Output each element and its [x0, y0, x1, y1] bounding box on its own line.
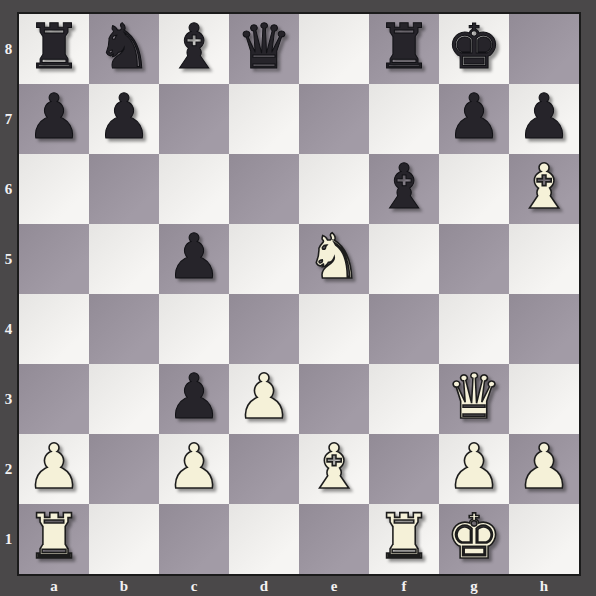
chess-board: ♜♞♝♛♜♚♟♟♟♟♝♝♟♞♟♟♛♟♟♝♟♟♜♜♚: [17, 12, 581, 576]
square-f7[interactable]: [369, 84, 439, 154]
piece-black-bishop-c8[interactable]: ♝: [166, 16, 222, 78]
square-f4[interactable]: [369, 294, 439, 364]
square-g8[interactable]: ♚: [439, 14, 509, 84]
square-c8[interactable]: ♝: [159, 14, 229, 84]
square-h2[interactable]: ♟: [509, 434, 579, 504]
piece-black-king-g8[interactable]: ♚: [446, 16, 502, 78]
square-b3[interactable]: [89, 364, 159, 434]
piece-white-knight-e5[interactable]: ♞: [306, 226, 362, 288]
square-h1[interactable]: [509, 504, 579, 574]
square-f2[interactable]: [369, 434, 439, 504]
square-g5[interactable]: [439, 224, 509, 294]
file-label-b: b: [89, 576, 159, 596]
piece-white-pawn-h2[interactable]: ♟: [516, 436, 572, 498]
square-b6[interactable]: [89, 154, 159, 224]
square-b7[interactable]: ♟: [89, 84, 159, 154]
square-e8[interactable]: [299, 14, 369, 84]
square-f1[interactable]: ♜: [369, 504, 439, 574]
piece-white-rook-f1[interactable]: ♜: [376, 506, 432, 568]
square-c5[interactable]: ♟: [159, 224, 229, 294]
square-e1[interactable]: [299, 504, 369, 574]
square-g2[interactable]: ♟: [439, 434, 509, 504]
square-d8[interactable]: ♛: [229, 14, 299, 84]
rank-label-1: 1: [0, 504, 17, 574]
piece-white-rook-a1[interactable]: ♜: [26, 506, 82, 568]
square-g4[interactable]: [439, 294, 509, 364]
piece-black-queen-d8[interactable]: ♛: [236, 16, 292, 78]
square-h4[interactable]: [509, 294, 579, 364]
piece-white-pawn-c2[interactable]: ♟: [166, 436, 222, 498]
rank-label-5: 5: [0, 224, 17, 294]
piece-white-pawn-a2[interactable]: ♟: [26, 436, 82, 498]
square-c1[interactable]: [159, 504, 229, 574]
square-c3[interactable]: ♟: [159, 364, 229, 434]
square-d5[interactable]: [229, 224, 299, 294]
square-h8[interactable]: [509, 14, 579, 84]
file-label-d: d: [229, 576, 299, 596]
square-g6[interactable]: [439, 154, 509, 224]
square-d6[interactable]: [229, 154, 299, 224]
square-a1[interactable]: ♜: [19, 504, 89, 574]
rank-label-6: 6: [0, 154, 17, 224]
square-h5[interactable]: [509, 224, 579, 294]
square-e6[interactable]: [299, 154, 369, 224]
square-g7[interactable]: ♟: [439, 84, 509, 154]
square-d4[interactable]: [229, 294, 299, 364]
square-d2[interactable]: [229, 434, 299, 504]
rank-label-4: 4: [0, 294, 17, 364]
square-a8[interactable]: ♜: [19, 14, 89, 84]
piece-white-queen-g3[interactable]: ♛: [446, 366, 502, 428]
square-e5[interactable]: ♞: [299, 224, 369, 294]
rank-label-3: 3: [0, 364, 17, 434]
square-a7[interactable]: ♟: [19, 84, 89, 154]
rank-label-2: 2: [0, 434, 17, 504]
square-f5[interactable]: [369, 224, 439, 294]
piece-black-rook-a8[interactable]: ♜: [26, 16, 82, 78]
file-label-e: e: [299, 576, 369, 596]
square-c7[interactable]: [159, 84, 229, 154]
square-e7[interactable]: [299, 84, 369, 154]
square-d3[interactable]: ♟: [229, 364, 299, 434]
square-e4[interactable]: [299, 294, 369, 364]
file-label-c: c: [159, 576, 229, 596]
piece-white-bishop-e2[interactable]: ♝: [306, 436, 362, 498]
piece-white-bishop-h6[interactable]: ♝: [516, 156, 572, 218]
square-b1[interactable]: [89, 504, 159, 574]
piece-black-pawn-c3[interactable]: ♟: [166, 366, 222, 428]
rank-label-8: 8: [0, 14, 17, 84]
square-f8[interactable]: ♜: [369, 14, 439, 84]
square-e2[interactable]: ♝: [299, 434, 369, 504]
square-g1[interactable]: ♚: [439, 504, 509, 574]
file-label-h: h: [509, 576, 579, 596]
piece-black-pawn-g7[interactable]: ♟: [446, 86, 502, 148]
piece-black-knight-b8[interactable]: ♞: [96, 16, 152, 78]
square-a4[interactable]: [19, 294, 89, 364]
square-d1[interactable]: [229, 504, 299, 574]
square-b5[interactable]: [89, 224, 159, 294]
piece-white-pawn-d3[interactable]: ♟: [236, 366, 292, 428]
square-c2[interactable]: ♟: [159, 434, 229, 504]
square-h6[interactable]: ♝: [509, 154, 579, 224]
piece-white-king-g1[interactable]: ♚: [446, 506, 502, 568]
piece-black-bishop-f6[interactable]: ♝: [376, 156, 432, 218]
square-b8[interactable]: ♞: [89, 14, 159, 84]
square-a2[interactable]: ♟: [19, 434, 89, 504]
file-labels: abcdefgh: [19, 576, 579, 596]
square-a5[interactable]: [19, 224, 89, 294]
piece-black-pawn-c5[interactable]: ♟: [166, 226, 222, 288]
rank-labels: 87654321: [0, 14, 17, 574]
square-f3[interactable]: [369, 364, 439, 434]
square-b4[interactable]: [89, 294, 159, 364]
square-a3[interactable]: [19, 364, 89, 434]
file-label-g: g: [439, 576, 509, 596]
square-f6[interactable]: ♝: [369, 154, 439, 224]
rank-label-7: 7: [0, 84, 17, 154]
file-label-a: a: [19, 576, 89, 596]
square-g3[interactable]: ♛: [439, 364, 509, 434]
square-c6[interactable]: [159, 154, 229, 224]
square-d7[interactable]: [229, 84, 299, 154]
piece-black-rook-f8[interactable]: ♜: [376, 16, 432, 78]
square-h3[interactable]: [509, 364, 579, 434]
file-label-f: f: [369, 576, 439, 596]
square-h7[interactable]: ♟: [509, 84, 579, 154]
piece-black-pawn-a7[interactable]: ♟: [26, 86, 82, 148]
square-b2[interactable]: [89, 434, 159, 504]
piece-black-pawn-h7[interactable]: ♟: [516, 86, 572, 148]
piece-black-pawn-b7[interactable]: ♟: [96, 86, 152, 148]
square-e3[interactable]: [299, 364, 369, 434]
square-a6[interactable]: [19, 154, 89, 224]
chess-app-frame: 87654321 ♜♞♝♛♜♚♟♟♟♟♝♝♟♞♟♟♛♟♟♝♟♟♜♜♚ abcde…: [0, 0, 596, 596]
piece-white-pawn-g2[interactable]: ♟: [446, 436, 502, 498]
square-c4[interactable]: [159, 294, 229, 364]
